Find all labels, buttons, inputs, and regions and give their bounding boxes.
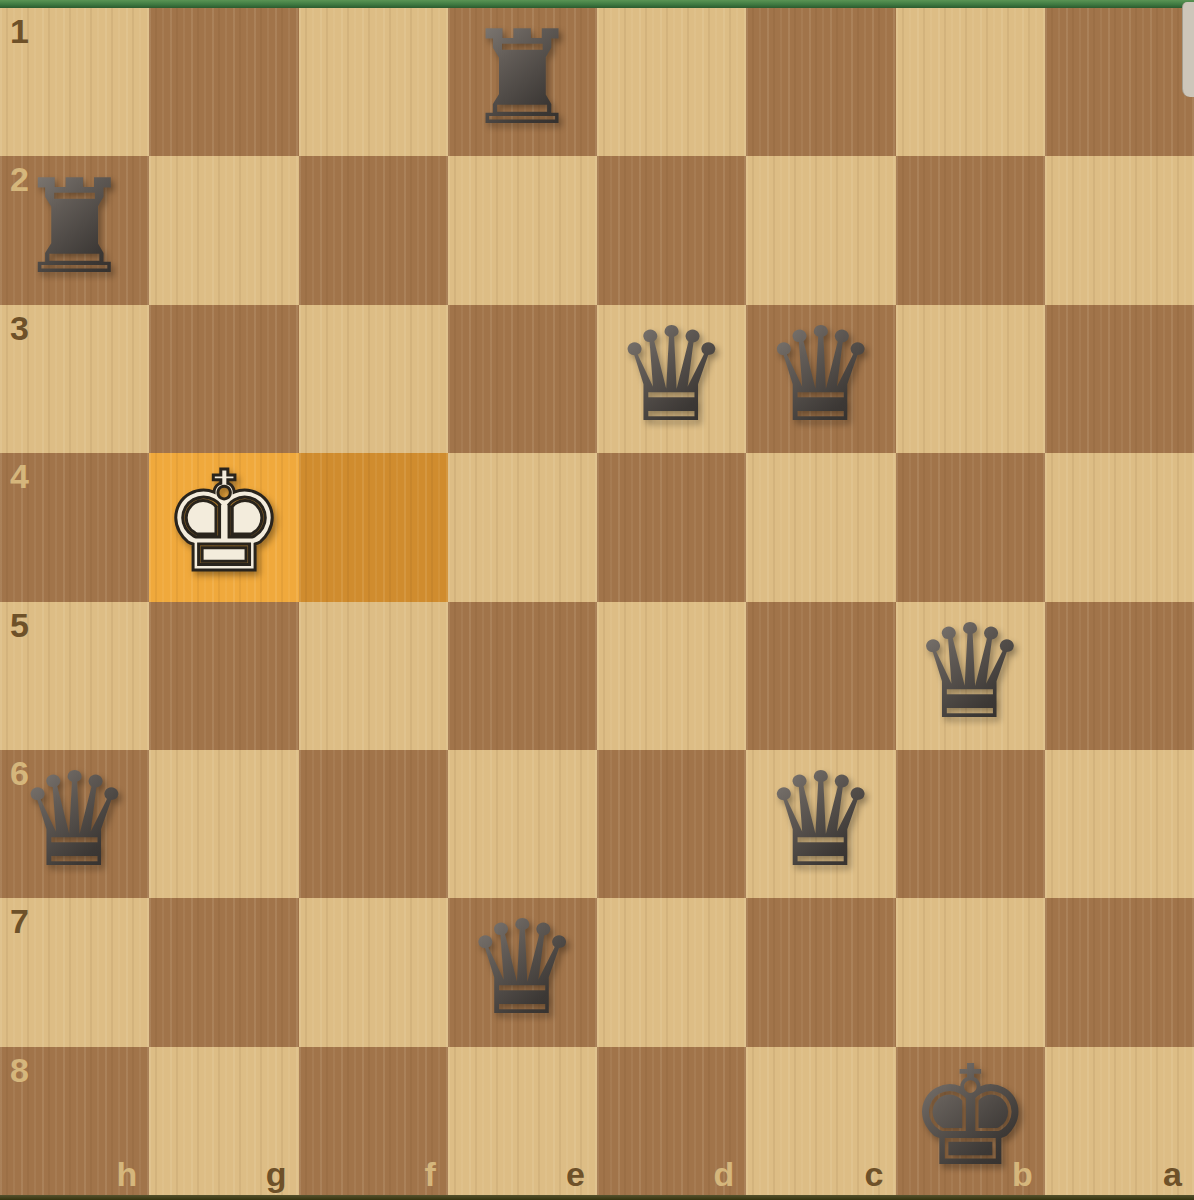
square-d2[interactable] bbox=[597, 156, 746, 304]
file-label-f: f bbox=[424, 1157, 435, 1191]
square-f7[interactable] bbox=[299, 898, 448, 1046]
square-c7[interactable] bbox=[746, 898, 895, 1046]
square-b8[interactable]: b♚ bbox=[896, 1047, 1045, 1195]
square-d1[interactable] bbox=[597, 8, 746, 156]
square-a4[interactable] bbox=[1045, 453, 1194, 601]
square-a1[interactable] bbox=[1045, 8, 1194, 156]
chess-board: 1♜2♜3♛♛4♚5♛6♛♛7♛8hgfedcb♚a bbox=[0, 8, 1194, 1195]
square-a7[interactable] bbox=[1045, 898, 1194, 1046]
file-label-g: g bbox=[266, 1157, 287, 1191]
square-g5[interactable] bbox=[149, 602, 298, 750]
square-f3[interactable] bbox=[299, 305, 448, 453]
square-h7[interactable]: 7 bbox=[0, 898, 149, 1046]
black-queen[interactable]: ♛ bbox=[763, 755, 880, 885]
square-b7[interactable] bbox=[896, 898, 1045, 1046]
square-c8[interactable]: c bbox=[746, 1047, 895, 1195]
black-king[interactable]: ♚ bbox=[908, 1048, 1032, 1186]
scrollbar-thumb[interactable] bbox=[1182, 2, 1194, 97]
square-c6[interactable]: ♛ bbox=[746, 750, 895, 898]
square-b5[interactable]: ♛ bbox=[896, 602, 1045, 750]
black-queen[interactable]: ♛ bbox=[763, 310, 880, 440]
rank-label-4: 4 bbox=[10, 459, 29, 493]
square-g8[interactable]: g bbox=[149, 1047, 298, 1195]
square-e7[interactable]: ♛ bbox=[448, 898, 597, 1046]
square-a5[interactable] bbox=[1045, 602, 1194, 750]
square-b2[interactable] bbox=[896, 156, 1045, 304]
square-b4[interactable] bbox=[896, 453, 1045, 601]
square-f5[interactable] bbox=[299, 602, 448, 750]
square-g3[interactable] bbox=[149, 305, 298, 453]
square-g1[interactable] bbox=[149, 8, 298, 156]
square-d3[interactable]: ♛ bbox=[597, 305, 746, 453]
square-d5[interactable] bbox=[597, 602, 746, 750]
square-e4[interactable] bbox=[448, 453, 597, 601]
square-c1[interactable] bbox=[746, 8, 895, 156]
square-d4[interactable] bbox=[597, 453, 746, 601]
square-f8[interactable]: f bbox=[299, 1047, 448, 1195]
square-e2[interactable] bbox=[448, 156, 597, 304]
square-g4[interactable]: ♚ bbox=[149, 453, 298, 601]
white-king[interactable]: ♚ bbox=[162, 454, 286, 592]
black-rook[interactable]: ♜ bbox=[464, 13, 581, 143]
square-b1[interactable] bbox=[896, 8, 1045, 156]
square-g6[interactable] bbox=[149, 750, 298, 898]
square-a3[interactable] bbox=[1045, 305, 1194, 453]
top-green-bar bbox=[0, 0, 1194, 8]
square-e5[interactable] bbox=[448, 602, 597, 750]
square-g2[interactable] bbox=[149, 156, 298, 304]
square-h2[interactable]: 2♜ bbox=[0, 156, 149, 304]
file-label-c: c bbox=[865, 1157, 884, 1191]
square-e8[interactable]: e bbox=[448, 1047, 597, 1195]
square-d8[interactable]: d bbox=[597, 1047, 746, 1195]
square-c4[interactable] bbox=[746, 453, 895, 601]
square-h1[interactable]: 1 bbox=[0, 8, 149, 156]
rank-label-5: 5 bbox=[10, 608, 29, 642]
square-c5[interactable] bbox=[746, 602, 895, 750]
square-f4[interactable] bbox=[299, 453, 448, 601]
rank-label-7: 7 bbox=[10, 904, 29, 938]
square-h8[interactable]: 8h bbox=[0, 1047, 149, 1195]
square-e3[interactable] bbox=[448, 305, 597, 453]
square-h5[interactable]: 5 bbox=[0, 602, 149, 750]
square-c3[interactable]: ♛ bbox=[746, 305, 895, 453]
black-queen[interactable]: ♛ bbox=[912, 607, 1029, 737]
file-label-e: e bbox=[566, 1157, 585, 1191]
square-f6[interactable] bbox=[299, 750, 448, 898]
square-h4[interactable]: 4 bbox=[0, 453, 149, 601]
square-g7[interactable] bbox=[149, 898, 298, 1046]
rank-label-8: 8 bbox=[10, 1053, 29, 1087]
black-rook[interactable]: ♜ bbox=[16, 162, 133, 292]
rank-label-3: 3 bbox=[10, 311, 29, 345]
square-h3[interactable]: 3 bbox=[0, 305, 149, 453]
square-b3[interactable] bbox=[896, 305, 1045, 453]
square-a2[interactable] bbox=[1045, 156, 1194, 304]
square-b6[interactable] bbox=[896, 750, 1045, 898]
file-label-d: d bbox=[713, 1157, 734, 1191]
black-queen[interactable]: ♛ bbox=[16, 755, 133, 885]
rank-label-1: 1 bbox=[10, 14, 29, 48]
black-queen[interactable]: ♛ bbox=[613, 310, 730, 440]
square-d6[interactable] bbox=[597, 750, 746, 898]
file-label-h: h bbox=[116, 1157, 137, 1191]
square-f1[interactable] bbox=[299, 8, 448, 156]
square-e1[interactable]: ♜ bbox=[448, 8, 597, 156]
square-e6[interactable] bbox=[448, 750, 597, 898]
black-queen[interactable]: ♛ bbox=[464, 903, 581, 1033]
square-f2[interactable] bbox=[299, 156, 448, 304]
square-c2[interactable] bbox=[746, 156, 895, 304]
file-label-a: a bbox=[1163, 1157, 1182, 1191]
bottom-edge-strip bbox=[0, 1195, 1194, 1200]
square-a8[interactable]: a bbox=[1045, 1047, 1194, 1195]
chess-app-screen: 1♜2♜3♛♛4♚5♛6♛♛7♛8hgfedcb♚a bbox=[0, 0, 1194, 1200]
square-d7[interactable] bbox=[597, 898, 746, 1046]
square-a6[interactable] bbox=[1045, 750, 1194, 898]
square-h6[interactable]: 6♛ bbox=[0, 750, 149, 898]
